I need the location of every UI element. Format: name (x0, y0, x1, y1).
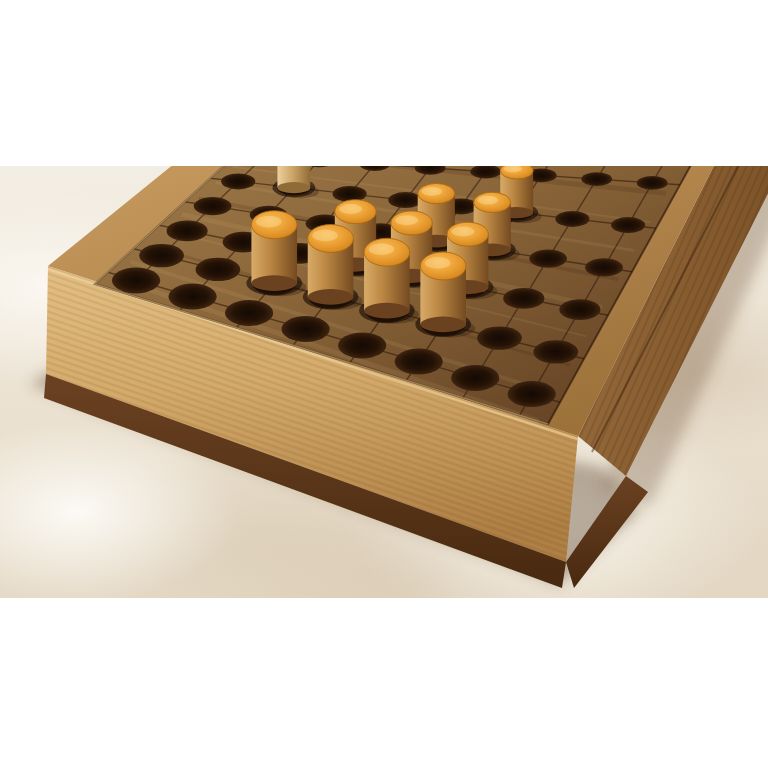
hole-r7-c2 (225, 300, 273, 326)
hole-r7-c5 (395, 349, 443, 375)
hole-r6-c7 (533, 340, 578, 363)
hole-r7-c6 (451, 365, 499, 391)
hole-r7-c4 (338, 332, 386, 358)
hole-r3-c7 (611, 217, 645, 233)
hole-r5-c6 (503, 288, 544, 309)
letterbox-bottom (0, 598, 768, 768)
hole-r7-c3 (282, 316, 330, 342)
hole-r4-c7 (585, 258, 623, 276)
hole-r5-c7 (559, 299, 600, 320)
hole-r2-c7 (637, 176, 668, 190)
letterbox-top (0, 0, 768, 166)
photo (0, 166, 768, 598)
photo-canvas (0, 0, 768, 768)
hole-r7-c1 (169, 284, 217, 310)
hole-r6-c6 (477, 326, 522, 349)
hole-r7-c7 (508, 381, 556, 407)
